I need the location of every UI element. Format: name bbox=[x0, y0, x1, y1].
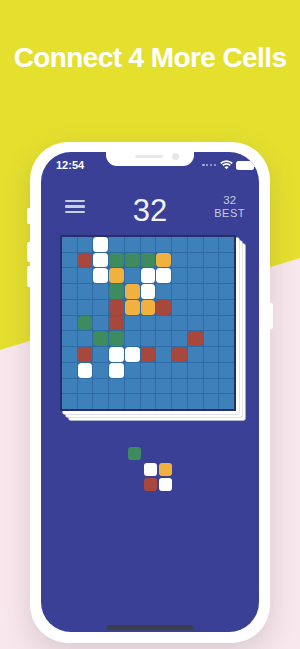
next-piece-cell-1-0 bbox=[128, 463, 141, 476]
board-cell-5-8[interactable] bbox=[188, 316, 203, 331]
next-piece-cell-1-1[interactable] bbox=[144, 463, 157, 476]
board-cell-0-8[interactable] bbox=[188, 237, 203, 252]
next-piece-cell-2-0 bbox=[128, 478, 141, 491]
board-cell-5-6[interactable] bbox=[156, 316, 171, 331]
board-cell-8-10[interactable] bbox=[219, 363, 234, 378]
board-cell-4-7[interactable] bbox=[172, 300, 187, 315]
board-cell-7-1[interactable] bbox=[78, 347, 93, 362]
board-zone bbox=[60, 235, 236, 411]
board-cell-3-8[interactable] bbox=[188, 284, 203, 299]
board-cell-2-8[interactable] bbox=[188, 268, 203, 283]
board-cell-2-9[interactable] bbox=[204, 268, 219, 283]
board-cell-3-9[interactable] bbox=[204, 284, 219, 299]
next-piece[interactable] bbox=[128, 447, 172, 491]
board-cell-2-1[interactable] bbox=[78, 268, 93, 283]
board-cell-9-7[interactable] bbox=[172, 379, 187, 394]
board-cell-0-9[interactable] bbox=[204, 237, 219, 252]
board-cell-6-8[interactable] bbox=[188, 331, 203, 346]
board-cell-8-8[interactable] bbox=[188, 363, 203, 378]
board-cell-9-4[interactable] bbox=[125, 379, 140, 394]
board-cell-8-9[interactable] bbox=[204, 363, 219, 378]
board-cell-7-6[interactable] bbox=[156, 347, 171, 362]
board-cell-4-8[interactable] bbox=[188, 300, 203, 315]
board-cell-0-1[interactable] bbox=[78, 237, 93, 252]
board-cell-7-9[interactable] bbox=[204, 347, 219, 362]
board-cell-9-10[interactable] bbox=[219, 379, 234, 394]
board-cell-9-1[interactable] bbox=[78, 379, 93, 394]
volume-up-button[interactable] bbox=[27, 242, 30, 262]
board-cell-7-7[interactable] bbox=[172, 347, 187, 362]
board-cell-7-10[interactable] bbox=[219, 347, 234, 362]
board-cell-1-10[interactable] bbox=[219, 253, 234, 268]
board-cell-6-7[interactable] bbox=[172, 331, 187, 346]
board-cell-9-5[interactable] bbox=[141, 379, 156, 394]
board-cell-9-3[interactable] bbox=[109, 379, 124, 394]
board-cell-1-7[interactable] bbox=[172, 253, 187, 268]
phone-notch bbox=[106, 152, 194, 166]
board-cell-10-3[interactable] bbox=[109, 394, 124, 409]
board-cell-6-9[interactable] bbox=[204, 331, 219, 346]
game-board[interactable] bbox=[60, 235, 236, 411]
next-piece-cell-0-1 bbox=[144, 447, 157, 460]
board-cell-8-6[interactable] bbox=[156, 363, 171, 378]
board-cell-9-8[interactable] bbox=[188, 379, 203, 394]
volume-down-button[interactable] bbox=[27, 266, 30, 287]
board-cell-1-3[interactable] bbox=[109, 253, 124, 268]
board-cell-6-0[interactable] bbox=[62, 331, 77, 346]
board-cell-0-4[interactable] bbox=[125, 237, 140, 252]
board-cell-10-8[interactable] bbox=[188, 394, 203, 409]
app-screen: 12:54 32 32 BEST bbox=[41, 152, 259, 632]
speaker-grille-icon bbox=[135, 155, 163, 158]
board-cell-7-8[interactable] bbox=[188, 347, 203, 362]
board-cell-2-4[interactable] bbox=[125, 268, 140, 283]
board-cell-6-1[interactable] bbox=[78, 331, 93, 346]
board-cell-4-2[interactable] bbox=[93, 300, 108, 315]
board-cell-2-3[interactable] bbox=[109, 268, 124, 283]
board-cell-10-0[interactable] bbox=[62, 394, 77, 409]
board-cell-7-2[interactable] bbox=[93, 347, 108, 362]
board-cell-3-1[interactable] bbox=[78, 284, 93, 299]
best-score: 32 BEST bbox=[214, 194, 245, 219]
board-cell-10-4[interactable] bbox=[125, 394, 140, 409]
board-cell-8-3[interactable] bbox=[109, 363, 124, 378]
board-cell-10-1[interactable] bbox=[78, 394, 93, 409]
board-cell-0-10[interactable] bbox=[219, 237, 234, 252]
board-cell-7-5[interactable] bbox=[141, 347, 156, 362]
board-cell-0-7[interactable] bbox=[172, 237, 187, 252]
board-cell-2-2[interactable] bbox=[93, 268, 108, 283]
wifi-icon bbox=[220, 160, 233, 170]
board-cell-3-5[interactable] bbox=[141, 284, 156, 299]
board-cell-1-5[interactable] bbox=[141, 253, 156, 268]
board-cell-1-0[interactable] bbox=[62, 253, 77, 268]
board-cell-4-5[interactable] bbox=[141, 300, 156, 315]
next-piece-cell-1-2[interactable] bbox=[159, 463, 172, 476]
board-cell-5-10[interactable] bbox=[219, 316, 234, 331]
board-cell-5-9[interactable] bbox=[204, 316, 219, 331]
board-cell-3-10[interactable] bbox=[219, 284, 234, 299]
board-cell-3-3[interactable] bbox=[109, 284, 124, 299]
board-cell-8-7[interactable] bbox=[172, 363, 187, 378]
board-cell-6-5[interactable] bbox=[141, 331, 156, 346]
board-cell-3-4[interactable] bbox=[125, 284, 140, 299]
page-title: Connect 4 More Cells bbox=[0, 42, 300, 74]
power-button[interactable] bbox=[270, 303, 273, 329]
board-cell-8-2[interactable] bbox=[93, 363, 108, 378]
board-cell-7-4[interactable] bbox=[125, 347, 140, 362]
best-score-value: 32 bbox=[214, 194, 245, 207]
board-cell-5-4[interactable] bbox=[125, 316, 140, 331]
board-cell-10-6[interactable] bbox=[156, 394, 171, 409]
board-cell-2-6[interactable] bbox=[156, 268, 171, 283]
board-cell-5-3[interactable] bbox=[109, 316, 124, 331]
board-cell-0-2[interactable] bbox=[93, 237, 108, 252]
board-cell-4-6[interactable] bbox=[156, 300, 171, 315]
board-cell-0-3[interactable] bbox=[109, 237, 124, 252]
board-cell-6-10[interactable] bbox=[219, 331, 234, 346]
board-cell-0-6[interactable] bbox=[156, 237, 171, 252]
board-cell-5-2[interactable] bbox=[93, 316, 108, 331]
board-cell-4-9[interactable] bbox=[204, 300, 219, 315]
board-cell-8-0[interactable] bbox=[62, 363, 77, 378]
board-cell-10-5[interactable] bbox=[141, 394, 156, 409]
board-cell-2-5[interactable] bbox=[141, 268, 156, 283]
battery-icon bbox=[236, 161, 254, 170]
status-time: 12:54 bbox=[56, 159, 84, 171]
phone-frame: 12:54 32 32 BEST bbox=[30, 142, 270, 643]
board-cell-5-1[interactable] bbox=[78, 316, 93, 331]
board-cell-7-0[interactable] bbox=[62, 347, 77, 362]
board-cell-10-2[interactable] bbox=[93, 394, 108, 409]
board-cell-1-6[interactable] bbox=[156, 253, 171, 268]
board-cell-3-2[interactable] bbox=[93, 284, 108, 299]
board-cell-6-2[interactable] bbox=[93, 331, 108, 346]
board-cell-1-4[interactable] bbox=[125, 253, 140, 268]
board-cell-4-10[interactable] bbox=[219, 300, 234, 315]
board-cell-4-1[interactable] bbox=[78, 300, 93, 315]
board-cell-6-3[interactable] bbox=[109, 331, 124, 346]
board-cell-1-1[interactable] bbox=[78, 253, 93, 268]
next-piece-cell-0-2 bbox=[159, 447, 172, 460]
board-cell-0-0[interactable] bbox=[62, 237, 77, 252]
board-cell-5-7[interactable] bbox=[172, 316, 187, 331]
board-cell-3-0[interactable] bbox=[62, 284, 77, 299]
board-cell-2-10[interactable] bbox=[219, 268, 234, 283]
board-cell-7-3[interactable] bbox=[109, 347, 124, 362]
board-cell-9-2[interactable] bbox=[93, 379, 108, 394]
board-cell-0-5[interactable] bbox=[141, 237, 156, 252]
next-piece-cell-0-0[interactable] bbox=[128, 447, 141, 460]
board-cell-10-9[interactable] bbox=[204, 394, 219, 409]
board-cell-8-5[interactable] bbox=[141, 363, 156, 378]
board-cell-1-9[interactable] bbox=[204, 253, 219, 268]
cellular-signal-dots-icon bbox=[202, 164, 216, 166]
board-cell-9-9[interactable] bbox=[204, 379, 219, 394]
board-cell-10-10[interactable] bbox=[219, 394, 234, 409]
home-indicator-handle[interactable] bbox=[107, 625, 194, 630]
board-cell-8-4[interactable] bbox=[125, 363, 140, 378]
board-cell-6-4[interactable] bbox=[125, 331, 140, 346]
status-icons bbox=[202, 160, 254, 170]
next-piece-cell-2-1[interactable] bbox=[144, 478, 157, 491]
board-cell-2-0[interactable] bbox=[62, 268, 77, 283]
board-cell-6-6[interactable] bbox=[156, 331, 171, 346]
screenshot-root: Connect 4 More Cells 12:54 32 bbox=[0, 0, 300, 649]
board-cell-5-5[interactable] bbox=[141, 316, 156, 331]
board-cell-4-0[interactable] bbox=[62, 300, 77, 315]
front-camera-icon bbox=[172, 153, 179, 160]
best-score-label: BEST bbox=[214, 207, 245, 219]
board-cell-3-7[interactable] bbox=[172, 284, 187, 299]
mute-switch[interactable] bbox=[27, 208, 30, 224]
board-cell-5-0[interactable] bbox=[62, 316, 77, 331]
board-cell-1-8[interactable] bbox=[188, 253, 203, 268]
board-cell-8-1[interactable] bbox=[78, 363, 93, 378]
board-cell-4-4[interactable] bbox=[125, 300, 140, 315]
board-cell-3-6[interactable] bbox=[156, 284, 171, 299]
board-cell-4-3[interactable] bbox=[109, 300, 124, 315]
board-cell-2-7[interactable] bbox=[172, 268, 187, 283]
board-cell-1-2[interactable] bbox=[93, 253, 108, 268]
next-piece-cell-2-2[interactable] bbox=[159, 478, 172, 491]
board-cell-9-0[interactable] bbox=[62, 379, 77, 394]
board-cell-9-6[interactable] bbox=[156, 379, 171, 394]
board-cell-10-7[interactable] bbox=[172, 394, 187, 409]
